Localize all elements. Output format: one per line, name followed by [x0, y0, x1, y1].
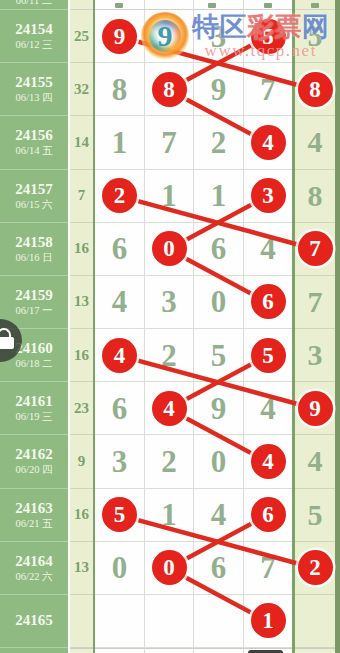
clipped-next-row [0, 648, 340, 653]
site-logo-swirl-icon: 9 [141, 12, 189, 60]
circled-digit: 5 [251, 19, 286, 54]
digit-cell: 0 [144, 542, 193, 595]
clipped-digit-remnant [264, 3, 272, 8]
digit: 6 [112, 233, 128, 264]
digit-cell: 7 [243, 542, 292, 595]
sum-cell: 9 [70, 435, 93, 488]
sum-cell: 23 [70, 382, 93, 435]
digit: 3 [308, 340, 323, 370]
circled-digit: 9 [298, 391, 333, 426]
digit-cell: 0 [193, 435, 243, 488]
sum-cell: 25 [70, 10, 93, 63]
digit: 7 [260, 552, 276, 583]
digit-cell: 7 [243, 63, 292, 116]
digit-cell: 2 [144, 329, 193, 382]
draw-date: 06/20 四 [15, 463, 52, 476]
tail-cell: 4 [295, 435, 335, 488]
draw-number: 24161 [15, 393, 53, 410]
digit: 6 [211, 552, 227, 583]
digit-cell: 4 [243, 382, 292, 435]
digit-cell: 6 [243, 489, 292, 542]
draw-number: 24165 [15, 612, 53, 629]
digit-cell: 9 [193, 63, 243, 116]
digit-cell: 6 [193, 542, 243, 595]
draw-number: 24164 [15, 553, 53, 570]
sum-cell: 16 [70, 489, 93, 542]
digit-cell [193, 595, 243, 648]
digit: 3 [161, 286, 177, 317]
draw-date: 06/18 二 [15, 357, 52, 370]
chart-row: 24162 06/20 四 9 3 2 0 4 4 [0, 435, 340, 488]
logo-spiral-tail: 9 [141, 12, 189, 60]
draw-label-cell: 24154 06/12 三 [0, 10, 68, 63]
circled-digit: 0 [152, 550, 187, 585]
chart-row: 24164 06/22 六 13 0 0 6 7 2 [0, 542, 340, 595]
digit: 1 [112, 127, 128, 158]
digit: 7 [161, 127, 177, 158]
circled-digit: 5 [102, 497, 137, 532]
circled-digit: 0 [152, 231, 187, 266]
digit-cell: 1 [95, 116, 144, 169]
chart-row: 24165 1 [0, 595, 340, 648]
digit: 4 [112, 286, 128, 317]
tail-cell: 4 [295, 116, 335, 169]
draw-label-cell: 24161 06/19 三 [0, 382, 68, 435]
circled-digit: 8 [298, 72, 333, 107]
digit-cell: 1 [243, 595, 292, 648]
digit-cell: 2 [193, 116, 243, 169]
digit: 5 [308, 500, 323, 530]
sum-cell: 13 [70, 542, 93, 595]
digit-cell: 6 [95, 223, 144, 276]
draw-date: 06/14 五 [15, 144, 52, 157]
chart-row: 24160 06/18 二 16 4 2 5 5 3 [0, 329, 340, 382]
digit: 4 [308, 446, 323, 476]
clipped-draw-date: 06/11 二 [16, 0, 53, 7]
digit-cell: 3 [243, 170, 292, 223]
tail-cell: 9 [295, 382, 335, 435]
draw-number: 24163 [15, 500, 53, 517]
digit: 1 [161, 180, 177, 211]
draw-label-cell: 24158 06/16 日 [0, 223, 68, 276]
digit-cell: 4 [243, 435, 292, 488]
digit-cell: 7 [144, 116, 193, 169]
digit-cell: 1 [144, 489, 193, 542]
circled-digit: 4 [251, 125, 286, 160]
clipped-digit-remnant [208, 3, 216, 8]
sum-cell: 16 [70, 329, 93, 382]
sum-cell [70, 595, 93, 648]
digit: 4 [211, 499, 227, 530]
draw-label-cell: 24162 06/20 四 [0, 435, 68, 488]
digit-cell: 6 [243, 276, 292, 329]
digit: 9 [211, 393, 227, 424]
sum-cell: 13 [70, 276, 93, 329]
digit-cell: 0 [95, 542, 144, 595]
tail-cell: 7 [295, 223, 335, 276]
clipped-previous-row: 06/11 二 [0, 0, 340, 10]
draw-label-cell: 24157 06/15 六 [0, 170, 68, 223]
sum-cell: 16 [70, 223, 93, 276]
draw-date: 06/19 三 [15, 410, 52, 423]
circled-digit: 8 [152, 72, 187, 107]
digit: 4 [260, 393, 276, 424]
draw-date: 06/17 一 [15, 304, 52, 317]
draw-number: 24158 [15, 234, 53, 251]
digit: 3 [112, 446, 128, 477]
chart-row: 24159 06/17 一 13 4 3 0 6 7 [0, 276, 340, 329]
chart-row: 24158 06/16 日 16 6 0 6 4 7 [0, 223, 340, 276]
digit-cell: 4 [95, 276, 144, 329]
digit-cell: 8 [95, 63, 144, 116]
draw-number: 24154 [15, 21, 53, 38]
draw-date: 06/15 六 [15, 198, 52, 211]
draw-number: 24157 [15, 181, 53, 198]
draw-date: 06/12 三 [15, 38, 52, 51]
circled-digit: 2 [298, 550, 333, 585]
digit: 6 [112, 393, 128, 424]
tail-cell: 5 [295, 489, 335, 542]
digit: 5 [211, 340, 227, 371]
digit: 8 [112, 74, 128, 105]
circled-digit: 4 [102, 338, 137, 373]
draw-number: 24156 [15, 127, 53, 144]
chart-row: 24155 06/13 四 32 8 8 9 7 8 [0, 63, 340, 116]
digit-cell: 6 [193, 223, 243, 276]
sum-cell: 32 [70, 63, 93, 116]
digit-cell: 1 [144, 170, 193, 223]
circled-digit: 4 [251, 444, 286, 479]
digit-cell: 2 [95, 170, 144, 223]
lottery-trend-chart: 06/11 二 24154 06/12 三 25 9 8 3 5 5 [0, 0, 340, 653]
digit-cell: 0 [144, 223, 193, 276]
digit: 2 [161, 446, 177, 477]
digit-cell [144, 595, 193, 648]
digit-cell: 2 [144, 435, 193, 488]
circled-digit: 1 [251, 603, 286, 638]
digit-cell: 4 [95, 329, 144, 382]
tail-cell: 3 [295, 329, 335, 382]
clipped-draw-label: 06/11 二 [0, 0, 68, 10]
draw-label-cell: 24156 06/14 五 [0, 116, 68, 169]
tail-cell: 2 [295, 542, 335, 595]
digit: 9 [211, 74, 227, 105]
clipped-digit-remnant [115, 3, 123, 8]
circled-digit: 6 [251, 284, 286, 319]
digit-cell: 5 [193, 329, 243, 382]
digit-cell: 3 [193, 10, 243, 63]
digit-cell: 4 [144, 382, 193, 435]
draw-number: 24159 [15, 287, 53, 304]
digit-cell: 5 [243, 10, 292, 63]
digit: 8 [308, 181, 323, 211]
chart-row: 24156 06/14 五 14 1 7 2 4 4 [0, 116, 340, 169]
draw-number: 24162 [15, 446, 53, 463]
circled-digit: 4 [152, 391, 187, 426]
digit-cell: 3 [144, 276, 193, 329]
sum-cell: 14 [70, 116, 93, 169]
digit: 4 [308, 127, 323, 157]
digit: 2 [211, 127, 227, 158]
digit: 0 [112, 552, 128, 583]
digit-cell: 4 [243, 223, 292, 276]
digit-cell: 3 [95, 435, 144, 488]
digit: 0 [211, 286, 227, 317]
digit-cell: 8 [144, 63, 193, 116]
draw-number: 24155 [15, 74, 53, 91]
draw-date: 06/13 四 [15, 91, 52, 104]
digit: 5 [308, 21, 323, 51]
tail-cell: 5 [295, 10, 335, 63]
tail-cell: 8 [295, 170, 335, 223]
digit-cell: 1 [193, 170, 243, 223]
draw-label-cell: 24165 [0, 595, 68, 648]
digit-cell: 6 [95, 382, 144, 435]
digit-cell: 5 [95, 489, 144, 542]
digit-cell: 0 [193, 276, 243, 329]
tail-cell: 8 [295, 63, 335, 116]
circled-digit: 3 [251, 178, 286, 213]
digit: 6 [211, 233, 227, 264]
digit-cell: 9 [193, 382, 243, 435]
clipped-digit-remnant [311, 3, 319, 8]
draw-date: 06/22 六 [15, 570, 52, 583]
tail-cell: 7 [295, 276, 335, 329]
rows: 24154 06/12 三 25 9 8 3 5 5 24155 06/13 四… [0, 10, 340, 648]
draw-label-cell: 24163 06/21 五 [0, 489, 68, 542]
digit: 1 [211, 180, 227, 211]
digit-cell: 5 [243, 329, 292, 382]
chart-row: 24163 06/21 五 16 5 1 4 6 5 [0, 489, 340, 542]
digit: 7 [260, 74, 276, 105]
digit-cell: 4 [193, 489, 243, 542]
draw-label-cell: 24155 06/13 四 [0, 63, 68, 116]
circled-digit: 5 [251, 338, 286, 373]
digit: 2 [161, 340, 177, 371]
digit: 4 [260, 233, 276, 264]
chart-row: 24161 06/19 三 23 6 4 9 4 9 [0, 382, 340, 435]
draw-date: 06/21 五 [15, 517, 52, 530]
draw-label-cell: 24164 06/22 六 [0, 542, 68, 595]
circled-digit: 6 [251, 497, 286, 532]
digit: 0 [211, 446, 227, 477]
chart-row: 24157 06/15 六 7 2 1 1 3 8 [0, 170, 340, 223]
digit: 3 [211, 21, 227, 52]
sum-cell: 7 [70, 170, 93, 223]
digit-cell: 9 [95, 10, 144, 63]
tail-cell [295, 595, 335, 648]
circled-digit: 9 [102, 19, 137, 54]
circled-digit: 2 [102, 178, 137, 213]
draw-date: 06/16 日 [15, 251, 52, 264]
digit: 7 [308, 287, 323, 317]
digit: 1 [161, 499, 177, 530]
digit-cell: 4 [243, 116, 292, 169]
circled-digit: 7 [298, 231, 333, 266]
digit-cell [95, 595, 144, 648]
